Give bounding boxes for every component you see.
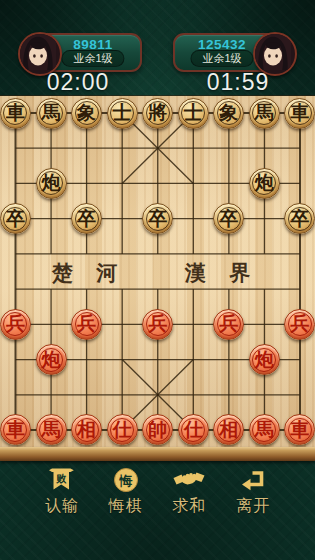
clock-left: 02:00 [20,69,136,96]
piece-red-cannon[interactable]: 炮 [249,344,280,375]
player-badge-right: 125432 业余1级 [173,33,287,72]
handshake-icon [173,466,205,494]
piece-black-cannon[interactable]: 炮 [36,168,67,199]
piece-red-soldier[interactable]: 兵 [213,309,244,340]
pieces-grid[interactable]: 車馬象士將士象馬車炮炮卒卒卒卒卒兵兵兵兵兵炮炮車馬相仕帥仕相馬車 [0,95,315,447]
piece-black-cannon[interactable]: 炮 [249,168,280,199]
player-rank-left: 业余1级 [61,50,124,67]
piece-red-elephant[interactable]: 相 [71,414,102,445]
piece-black-horse[interactable]: 馬 [249,98,280,129]
piece-red-soldier[interactable]: 兵 [142,309,173,340]
clock-right: 01:59 [180,69,296,96]
leave-arrow-icon [240,466,267,494]
piece-black-soldier[interactable]: 卒 [0,203,31,234]
piece-red-soldier[interactable]: 兵 [71,309,102,340]
resign-button[interactable]: 败 认输 [30,466,94,517]
piece-red-horse[interactable]: 馬 [249,414,280,445]
svg-text:悔: 悔 [118,473,132,488]
undo-label: 悔棋 [109,496,143,517]
piece-black-advisor[interactable]: 士 [178,98,209,129]
resign-label: 认输 [45,496,79,517]
piece-red-cannon[interactable]: 炮 [36,344,67,375]
piece-black-horse[interactable]: 馬 [36,98,67,129]
piece-black-chariot[interactable]: 車 [0,98,31,129]
piece-red-soldier[interactable]: 兵 [284,309,315,340]
piece-red-advisor[interactable]: 仕 [107,414,138,445]
piece-red-chariot[interactable]: 車 [0,414,31,445]
piece-black-soldier[interactable]: 卒 [284,203,315,234]
player-badge-left: 89811 业余1级 [28,33,142,72]
piece-red-horse[interactable]: 馬 [36,414,67,445]
xiangqi-game-screen: 89811 业余1级 02:00 125432 业余1级 01:59 楚 河 漢… [0,0,315,560]
draw-button[interactable]: 求和 [158,466,222,517]
piece-red-elephant[interactable]: 相 [213,414,244,445]
piece-red-general[interactable]: 帥 [142,414,173,445]
piece-black-soldier[interactable]: 卒 [213,203,244,234]
leave-button[interactable]: 离开 [221,466,285,517]
undo-button[interactable]: 悔 悔棋 [94,466,158,517]
surrender-flag-icon: 败 [48,466,75,494]
piece-red-chariot[interactable]: 車 [284,414,315,445]
piece-black-general[interactable]: 將 [142,98,173,129]
game-toolbar: 败 认输 悔 悔棋 [0,466,315,517]
piece-black-soldier[interactable]: 卒 [71,203,102,234]
leave-label: 离开 [236,496,270,517]
piece-black-chariot[interactable]: 車 [284,98,315,129]
player-rank-right: 业余1级 [190,50,253,67]
piece-black-advisor[interactable]: 士 [107,98,138,129]
piece-red-soldier[interactable]: 兵 [0,309,31,340]
piece-black-soldier[interactable]: 卒 [142,203,173,234]
draw-label: 求和 [172,496,206,517]
piece-black-elephant[interactable]: 象 [213,98,244,129]
undo-circle-icon: 悔 [113,466,139,494]
piece-black-elephant[interactable]: 象 [71,98,102,129]
board-bottom-edge [0,447,315,461]
piece-red-advisor[interactable]: 仕 [178,414,209,445]
svg-text:败: 败 [56,473,68,484]
